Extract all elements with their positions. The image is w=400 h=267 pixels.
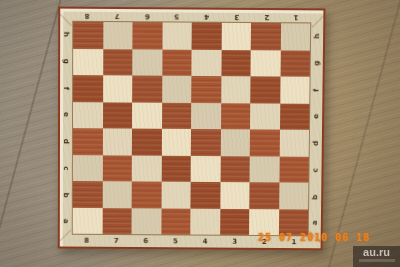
square-h1 xyxy=(280,23,310,50)
rank-label-7: 7 xyxy=(101,236,131,247)
square-c5 xyxy=(161,155,191,182)
square-e3 xyxy=(220,103,250,130)
square-c8 xyxy=(73,155,103,182)
rank-label-5: 5 xyxy=(162,10,192,21)
square-c7 xyxy=(102,155,132,182)
square-a5 xyxy=(161,208,191,234)
square-a8 xyxy=(73,207,102,233)
square-f2 xyxy=(250,76,280,103)
square-h3 xyxy=(221,23,251,50)
rank-label-7: 7 xyxy=(102,10,132,21)
square-a3 xyxy=(220,208,250,234)
square-c6 xyxy=(132,155,162,182)
rank-label-6: 6 xyxy=(131,236,161,247)
square-g8 xyxy=(73,48,103,75)
rank-label-5: 5 xyxy=(161,236,191,247)
rank-label-1: 1 xyxy=(281,11,311,22)
file-labels-right: hgfedcba xyxy=(310,22,324,236)
rank-label-8: 8 xyxy=(72,236,102,247)
square-e8 xyxy=(73,102,103,129)
square-g2 xyxy=(250,50,280,77)
square-f8 xyxy=(73,75,103,102)
square-h8 xyxy=(73,22,103,49)
rank-label-4: 4 xyxy=(190,236,220,247)
watermark-text: au.ru xyxy=(353,246,400,259)
square-b8 xyxy=(73,181,103,208)
floor-plank-seam xyxy=(0,0,65,267)
square-h5 xyxy=(162,22,192,49)
square-a7 xyxy=(102,208,132,234)
square-c3 xyxy=(220,156,250,183)
board-frame: 87654321 87654321 hgfedcba hgfedcba xyxy=(60,9,324,249)
square-g5 xyxy=(162,49,192,76)
square-d3 xyxy=(220,129,250,156)
file-labels-left: hgfedcba xyxy=(60,21,71,235)
square-b1 xyxy=(279,182,309,209)
rank-label-3: 3 xyxy=(220,237,250,248)
rank-label-3: 3 xyxy=(222,11,252,22)
square-b3 xyxy=(220,182,250,209)
square-d7 xyxy=(102,128,132,155)
square-a6 xyxy=(132,208,162,234)
watermark-badge: au.ru xyxy=(353,246,400,267)
floor-plank-seam xyxy=(321,0,400,267)
square-e2 xyxy=(250,103,280,130)
square-g4 xyxy=(191,49,221,76)
square-e4 xyxy=(191,102,221,129)
rank-label-6: 6 xyxy=(132,10,162,21)
square-f7 xyxy=(103,75,133,102)
square-d4 xyxy=(191,129,221,156)
rank-label-8: 8 xyxy=(72,10,102,21)
square-b6 xyxy=(132,181,162,208)
square-f4 xyxy=(191,76,221,103)
square-d8 xyxy=(73,128,103,155)
square-f6 xyxy=(132,76,162,103)
square-a4 xyxy=(190,208,220,234)
square-g1 xyxy=(280,50,310,77)
square-h6 xyxy=(132,22,162,49)
rank-label-2: 2 xyxy=(251,11,281,22)
camera-timestamp: 25 07 2010 06 18 xyxy=(258,232,370,243)
square-g3 xyxy=(221,50,251,77)
square-e5 xyxy=(162,102,192,129)
square-e7 xyxy=(103,102,133,129)
square-b2 xyxy=(249,182,279,209)
square-h2 xyxy=(251,23,281,50)
square-c2 xyxy=(250,156,280,183)
watermark-subtext xyxy=(359,259,395,262)
square-c4 xyxy=(191,155,221,182)
square-d6 xyxy=(132,129,162,156)
chess-board: 87654321 87654321 hgfedcba hgfedcba xyxy=(58,7,326,251)
square-h7 xyxy=(103,22,133,49)
square-h4 xyxy=(192,23,222,50)
square-e6 xyxy=(132,102,162,129)
rank-label-4: 4 xyxy=(192,11,222,22)
square-b4 xyxy=(190,182,220,209)
square-f1 xyxy=(280,77,310,104)
square-d2 xyxy=(250,129,280,156)
photo-background: 87654321 87654321 hgfedcba hgfedcba 25 0… xyxy=(0,0,400,267)
square-b7 xyxy=(102,181,132,208)
square-g7 xyxy=(103,49,133,76)
square-f3 xyxy=(221,76,251,103)
square-c1 xyxy=(279,156,309,183)
square-f5 xyxy=(162,76,192,103)
square-g6 xyxy=(132,49,162,76)
square-d5 xyxy=(161,129,191,156)
square-b5 xyxy=(161,182,191,209)
square-e1 xyxy=(279,103,309,130)
board-field xyxy=(72,21,311,237)
square-d1 xyxy=(279,130,309,157)
